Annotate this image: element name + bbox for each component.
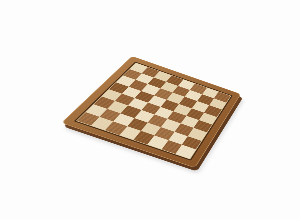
chessboard <box>61 56 241 168</box>
board-grid <box>77 63 230 159</box>
chessboard-product-photo <box>0 0 300 220</box>
frame-inlay-line <box>74 61 233 160</box>
